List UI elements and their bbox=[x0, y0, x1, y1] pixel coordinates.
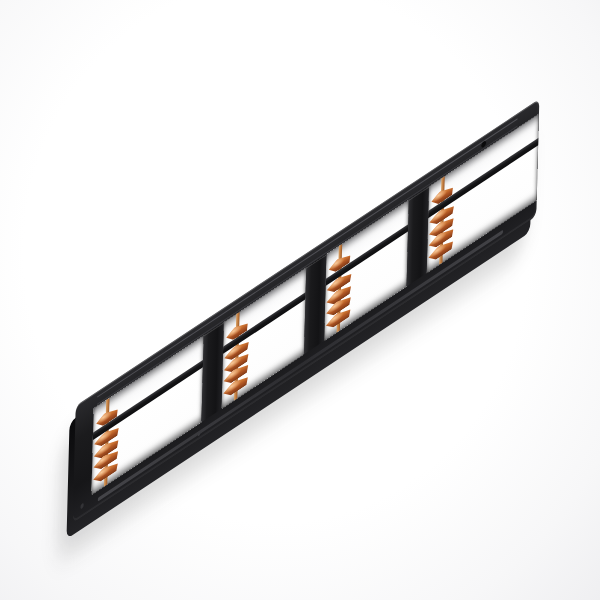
frame-divider bbox=[407, 186, 429, 286]
abacus-frame bbox=[73, 99, 540, 523]
abacus-section bbox=[427, 114, 539, 274]
mold-dot bbox=[80, 502, 83, 509]
abacus-rod bbox=[427, 114, 539, 274]
abacus-windows bbox=[91, 126, 520, 495]
frame-divider bbox=[304, 254, 326, 354]
abacus bbox=[73, 99, 540, 523]
scene bbox=[0, 0, 600, 600]
mold-dot bbox=[198, 431, 201, 436]
frame-divider bbox=[201, 322, 223, 422]
